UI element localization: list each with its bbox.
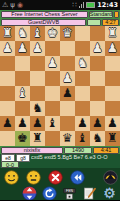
piece-wP-f2: ♟ (30, 41, 45, 56)
network-globe-icon: ◉ (17, 0, 23, 10)
square-g8[interactable]: ♚ (15, 131, 30, 146)
square-d2[interactable] (60, 41, 75, 56)
square-f5[interactable] (30, 86, 45, 101)
square-d8[interactable]: ♛ (60, 131, 75, 146)
square-b8[interactable]: ♞ (90, 131, 105, 146)
svg-text:FEN: FEN (66, 189, 73, 193)
square-g7[interactable]: ♟ (15, 116, 30, 131)
square-c8[interactable]: ♝ (75, 131, 90, 146)
piece-wN-g1: ♞ (15, 26, 30, 41)
piece-wQ-d1: ♛ (60, 26, 75, 41)
square-d5[interactable]: ♟ (60, 86, 75, 101)
square-h5[interactable] (0, 86, 15, 101)
square-b5[interactable] (90, 86, 105, 101)
square-c6[interactable] (75, 101, 90, 116)
last-move-badge: 0-0 (1, 161, 19, 168)
square-f7[interactable]: ♟ (30, 116, 45, 131)
status-bar: ⚠ ψ ◉ ∷ 12:43 (0, 0, 120, 10)
player-name[interactable]: nixisfix (1, 147, 63, 154)
piece-wP-h2: ♟ (0, 41, 15, 56)
square-e1[interactable]: ♚ (45, 26, 60, 41)
piece-wB-f1: ♝ (30, 26, 45, 41)
square-f2[interactable]: ♟ (30, 41, 45, 56)
square-a1[interactable]: ♜ (105, 26, 120, 41)
battery-icon (86, 2, 95, 8)
square-d6[interactable] (60, 101, 75, 116)
piece-bN-b8: ♞ (90, 131, 105, 146)
signal-bars-icon (79, 2, 85, 8)
piece-bR-f8: ♜ (30, 131, 45, 146)
square-c2[interactable] (75, 41, 90, 56)
square-h6[interactable] (0, 101, 15, 116)
server-row: Free Internet Chess Server Standard (0, 10, 120, 18)
usb-icon: ψ (10, 0, 15, 10)
square-c5[interactable] (75, 86, 90, 101)
piece-wP-e3: ♟ (45, 56, 60, 71)
piece-bK-g8: ♚ (15, 131, 30, 146)
piece-wN-c3: ♞ (75, 56, 90, 71)
warning-icon: ⚠ (2, 0, 8, 10)
chess-app-window: ⚠ ψ ◉ ∷ 12:43 Free Internet Chess Server… (0, 0, 120, 200)
square-a8[interactable]: ♜ (105, 131, 120, 146)
square-f1[interactable]: ♝ (30, 26, 45, 41)
square-d4[interactable]: ♟ (60, 71, 75, 86)
square-b7[interactable]: ♟ (90, 116, 105, 131)
corner-indicator (114, 11, 119, 18)
piece-wR-h1: ♜ (0, 26, 15, 41)
piece-bP-h7: ♟ (0, 116, 15, 131)
piece-bP-b7: ♟ (90, 116, 105, 131)
opponent-row: GuestDWVB 4:27 (0, 18, 120, 26)
piece-bN-f6: ♞ (30, 101, 45, 116)
square-c1[interactable] (75, 26, 90, 41)
player-rating: 1490 (64, 147, 92, 154)
square-a7[interactable]: ♟ (105, 116, 120, 131)
piece-wP-d4: ♟ (60, 71, 75, 86)
last-move-row: 0-0 (0, 161, 120, 168)
square-a5[interactable] (105, 86, 120, 101)
status-bar-left: ⚠ ψ ◉ (2, 0, 23, 10)
piece-bR-a8: ♜ (105, 131, 120, 146)
piece-wP-a2: ♟ (105, 41, 120, 56)
square-f3[interactable] (30, 56, 45, 71)
square-f8[interactable]: ♜ (30, 131, 45, 146)
square-e4[interactable] (45, 71, 60, 86)
game-type-badge: Standard (89, 11, 113, 18)
square-a3[interactable] (105, 56, 120, 71)
square-g6[interactable] (15, 101, 30, 116)
square-c7[interactable]: ♟ (75, 116, 90, 131)
square-g2[interactable]: ♟ (15, 41, 30, 56)
square-d3[interactable] (60, 56, 75, 71)
piece-bP-f7: ♟ (30, 116, 45, 131)
square-b6[interactable] (90, 101, 105, 116)
piece-wK-e1: ♚ (45, 26, 60, 41)
piece-wR-a1: ♜ (105, 26, 120, 41)
move-list[interactable]: cxd5 exd5 5.Bg5 Be7 6.e3 O-O (31, 154, 119, 161)
square-g5[interactable]: ♝ (15, 86, 30, 101)
piece-bQ-d8: ♛ (60, 131, 75, 146)
square-d7[interactable] (60, 116, 75, 131)
toolbar-row-2: FEN ⚙ (22, 185, 120, 200)
square-f4[interactable] (30, 71, 45, 86)
square-e2[interactable] (45, 41, 60, 56)
square-e8[interactable] (45, 131, 60, 146)
square-c3[interactable]: ♞ (75, 56, 90, 71)
flip-board-icon[interactable] (22, 186, 37, 201)
square-b1[interactable] (90, 26, 105, 41)
chess-board: ♜♞♝♚♛♜♟♟♟♟♟♟♞♟♝♟♞♟♟♟♝♟♟♟♚♜♛♝♞♜ (0, 26, 120, 146)
clock-time: 12:43 (97, 1, 118, 9)
piece-wP-g2: ♟ (15, 41, 30, 56)
square-b2[interactable]: ♟ (90, 41, 105, 56)
square-e3[interactable]: ♟ (45, 56, 60, 71)
flag-fall-icon[interactable] (103, 170, 118, 185)
server-title-bar[interactable]: Free Internet Chess Server (1, 11, 88, 18)
square-e5[interactable] (45, 86, 60, 101)
settings-gear-icon[interactable]: ⚙ (102, 186, 117, 201)
square-a6[interactable] (105, 101, 120, 116)
smiley-happy-icon[interactable] (4, 170, 19, 185)
opponent-clock: 4:27 (102, 19, 119, 26)
square-h8[interactable] (0, 131, 15, 146)
piece-bP-d5: ♟ (60, 86, 75, 101)
piece-bP-a7: ♟ (105, 116, 120, 131)
piece-wB-g5: ♝ (15, 86, 30, 101)
square-e7[interactable]: ♝ (45, 116, 60, 131)
square-e6[interactable] (45, 101, 60, 116)
smiley-neutral-icon[interactable] (26, 170, 41, 185)
square-g3[interactable] (15, 56, 30, 71)
toolbar-row-1 (4, 169, 120, 185)
piece-bP-g7: ♟ (15, 116, 30, 131)
square-h4[interactable] (0, 71, 15, 86)
takeback-icon[interactable] (70, 170, 85, 185)
piece-bP-c7: ♟ (75, 116, 90, 131)
square-b3[interactable] (90, 56, 105, 71)
square-f6[interactable]: ♞ (30, 101, 45, 116)
square-b4[interactable] (90, 71, 105, 86)
toolbar: FEN ⚙ (0, 168, 120, 200)
square-g1[interactable]: ♞ (15, 26, 30, 41)
close-icon[interactable] (48, 170, 63, 185)
status-bar-right: ∷ 12:43 (72, 0, 118, 10)
piece-wP-b2: ♟ (90, 41, 105, 56)
refresh-icon[interactable] (42, 186, 57, 201)
player-clock: 4:41 (93, 147, 119, 154)
square-g4[interactable] (15, 71, 30, 86)
square-h7[interactable]: ♟ (0, 116, 15, 131)
header: Free Internet Chess Server Standard Gues… (0, 10, 120, 26)
data-activity-icon: ∷ (72, 0, 76, 10)
square-h1[interactable]: ♜ (0, 26, 15, 41)
square-h2[interactable]: ♟ (0, 41, 15, 56)
move-input-row: e8 g8 cxd5 exd5 5.Bg5 Be7 6.e3 O-O (0, 154, 120, 161)
square-c4[interactable] (75, 71, 90, 86)
player-row: nixisfix 1490 4:41 (0, 146, 120, 154)
opponent-name[interactable]: GuestDWVB (1, 19, 86, 26)
piece-bB-c8: ♝ (75, 131, 90, 146)
square-a2[interactable]: ♟ (105, 41, 120, 56)
fen-keypad-icon[interactable]: FEN (62, 186, 77, 201)
piece-bB-e7: ♝ (45, 116, 60, 131)
square-h3[interactable] (0, 56, 15, 71)
square-a4[interactable] (105, 71, 120, 86)
square-d1[interactable]: ♛ (60, 26, 75, 41)
opponent-rating (87, 19, 101, 26)
notes-icon[interactable] (82, 186, 97, 201)
